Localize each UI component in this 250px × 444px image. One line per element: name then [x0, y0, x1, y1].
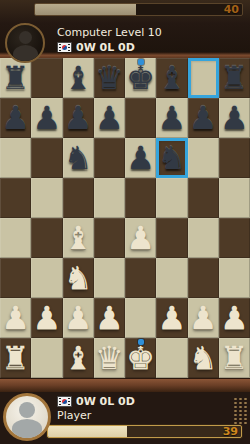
piece-black-rook: ♜: [219, 58, 250, 98]
piece-black-pawn: ♟: [63, 98, 94, 138]
square-e6[interactable]: ♟: [125, 138, 156, 178]
king-blue-marker-icon: [138, 59, 144, 65]
player-progress-fill: [48, 426, 127, 437]
piece-black-pawn: ♟: [31, 98, 62, 138]
square-f8[interactable]: ♝: [156, 58, 187, 98]
computer-avatar-silhouette-body: [13, 45, 38, 63]
piece-black-knight: ♞: [63, 138, 94, 178]
square-a3[interactable]: [0, 258, 31, 298]
computer-avatar-silhouette-head: [19, 31, 32, 44]
piece-black-rook: ♜: [0, 58, 31, 98]
square-d8[interactable]: ♛: [94, 58, 125, 98]
square-b8[interactable]: [31, 58, 62, 98]
board-bottom-frame: [0, 378, 250, 392]
piece-white-bishop: ♝: [63, 338, 94, 378]
player-avatar-silhouette-head: [19, 402, 35, 418]
square-h6[interactable]: [219, 138, 250, 178]
piece-white-knight: ♞: [188, 338, 219, 378]
piece-black-pawn: ♟: [0, 98, 31, 138]
decorative-dots: [233, 397, 248, 425]
square-d7[interactable]: ♟: [94, 98, 125, 138]
square-h1[interactable]: ♜: [219, 338, 250, 378]
square-b3[interactable]: [31, 258, 62, 298]
piece-black-bishop: ♝: [63, 58, 94, 98]
square-d3[interactable]: [94, 258, 125, 298]
square-h8[interactable]: ♜: [219, 58, 250, 98]
piece-white-pawn: ♟: [63, 298, 94, 338]
square-f2[interactable]: ♟: [156, 298, 187, 338]
square-g6[interactable]: [188, 138, 219, 178]
square-g7[interactable]: ♟: [188, 98, 219, 138]
piece-black-pawn: ♟: [125, 138, 156, 178]
square-d2[interactable]: ♟: [94, 298, 125, 338]
square-b1[interactable]: [31, 338, 62, 378]
computer-level-badge: 40: [224, 4, 239, 15]
square-h5[interactable]: [219, 178, 250, 218]
square-c4[interactable]: ♝: [63, 218, 94, 258]
square-f6[interactable]: ♞: [156, 138, 187, 178]
piece-white-pawn: ♟: [219, 298, 250, 338]
square-b7[interactable]: ♟: [31, 98, 62, 138]
square-c6[interactable]: ♞: [63, 138, 94, 178]
king-blue-marker-icon: [138, 339, 144, 345]
square-g2[interactable]: ♟: [188, 298, 219, 338]
piece-black-bishop: ♝: [156, 58, 187, 98]
chess-app-screen: 40 Computer Level 10 0W 0L 0D ♜♝♛♚♝♜♟♟♟♟…: [0, 0, 250, 444]
square-d5[interactable]: [94, 178, 125, 218]
square-b5[interactable]: [31, 178, 62, 218]
square-g1[interactable]: ♞: [188, 338, 219, 378]
square-e7[interactable]: [125, 98, 156, 138]
square-f1[interactable]: [156, 338, 187, 378]
square-f5[interactable]: [156, 178, 187, 218]
piece-white-pawn: ♟: [188, 298, 219, 338]
trigram-marks: [59, 44, 61, 45]
square-g4[interactable]: [188, 218, 219, 258]
piece-white-pawn: ♟: [94, 298, 125, 338]
square-e5[interactable]: [125, 178, 156, 218]
square-e4[interactable]: ♟: [125, 218, 156, 258]
square-g8[interactable]: [188, 58, 219, 98]
square-g5[interactable]: [188, 178, 219, 218]
taegeuk-icon: [62, 399, 67, 404]
square-d4[interactable]: [94, 218, 125, 258]
square-b4[interactable]: [31, 218, 62, 258]
square-c1[interactable]: ♝: [63, 338, 94, 378]
chess-board: ♜♝♛♚♝♜♟♟♟♟♟♟♟♞♟♞♝♟♞♟♟♟♟♟♟♟♜♝♛♚♞♜: [0, 58, 250, 378]
square-a5[interactable]: [0, 178, 31, 218]
player-progress-bar: 39: [47, 425, 242, 438]
trigram-marks: [59, 398, 61, 399]
square-a8[interactable]: ♜: [0, 58, 31, 98]
computer-progress-bar: 40: [34, 3, 243, 16]
square-b2[interactable]: ♟: [31, 298, 62, 338]
korea-flag-icon: [57, 396, 72, 407]
player-record: 0W 0L 0D: [76, 395, 135, 408]
square-b6[interactable]: [31, 138, 62, 178]
piece-black-queen: ♛: [94, 58, 125, 98]
player-name: Player: [57, 409, 91, 422]
square-a6[interactable]: [0, 138, 31, 178]
piece-white-pawn: ♟: [31, 298, 62, 338]
player-avatar: [3, 393, 51, 441]
square-a4[interactable]: [0, 218, 31, 258]
square-f3[interactable]: [156, 258, 187, 298]
piece-white-pawn: ♟: [125, 218, 156, 258]
square-d6[interactable]: [94, 138, 125, 178]
taegeuk-icon: [62, 45, 67, 50]
piece-white-queen: ♛: [94, 338, 125, 378]
square-f4[interactable]: [156, 218, 187, 258]
square-a7[interactable]: ♟: [0, 98, 31, 138]
piece-black-pawn: ♟: [219, 98, 250, 138]
computer-name: Computer Level 10: [57, 26, 162, 39]
square-h7[interactable]: ♟: [219, 98, 250, 138]
square-d1[interactable]: ♛: [94, 338, 125, 378]
square-c8[interactable]: ♝: [63, 58, 94, 98]
player-avatar-silhouette-body: [12, 419, 42, 438]
piece-white-pawn: ♟: [0, 298, 31, 338]
square-c3[interactable]: ♞: [63, 258, 94, 298]
piece-black-pawn: ♟: [156, 98, 187, 138]
piece-black-pawn: ♟: [94, 98, 125, 138]
square-e3[interactable]: [125, 258, 156, 298]
computer-avatar: [5, 23, 45, 63]
piece-white-pawn: ♟: [156, 298, 187, 338]
square-f7[interactable]: ♟: [156, 98, 187, 138]
square-h3[interactable]: [219, 258, 250, 298]
piece-white-bishop: ♝: [63, 218, 94, 258]
piece-black-knight: ♞: [156, 138, 187, 178]
square-g3[interactable]: [188, 258, 219, 298]
square-c7[interactable]: ♟: [63, 98, 94, 138]
square-c5[interactable]: [63, 178, 94, 218]
square-h4[interactable]: [219, 218, 250, 258]
piece-white-rook: ♜: [219, 338, 250, 378]
computer-progress-fill: [35, 4, 136, 15]
square-c2[interactable]: ♟: [63, 298, 94, 338]
piece-white-knight: ♞: [63, 258, 94, 298]
square-e1[interactable]: ♚: [125, 338, 156, 378]
piece-white-rook: ♜: [0, 338, 31, 378]
square-a2[interactable]: ♟: [0, 298, 31, 338]
square-h2[interactable]: ♟: [219, 298, 250, 338]
player-record-row: 0W 0L 0D: [57, 395, 135, 408]
square-e2[interactable]: [125, 298, 156, 338]
player-level-badge: 39: [223, 426, 238, 437]
square-a1[interactable]: ♜: [0, 338, 31, 378]
piece-black-pawn: ♟: [188, 98, 219, 138]
square-e8[interactable]: ♚: [125, 58, 156, 98]
